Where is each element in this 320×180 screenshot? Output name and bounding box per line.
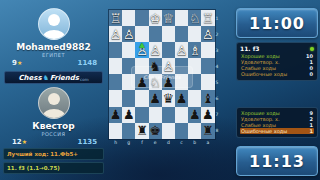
square-f7[interactable] bbox=[135, 107, 148, 123]
square-f5[interactable]: ♟ bbox=[135, 74, 148, 90]
file-label-a: a bbox=[201, 140, 214, 145]
clock-bottom-time: 11:13 bbox=[249, 152, 305, 171]
clock-top-time: 11:00 bbox=[249, 14, 305, 33]
move-stats-top[interactable]: 11. f3 Хорошие ходы10 Удовлетвор. х.1 Сл… bbox=[236, 42, 318, 81]
players-sidebar: Mohamed9882 ЕГИПЕТ 9★ 1148 Chess ♞ Frien… bbox=[0, 0, 107, 180]
square-f1[interactable] bbox=[135, 10, 148, 26]
rank-label-7: 7 bbox=[216, 107, 219, 123]
file-label-b: b bbox=[188, 140, 201, 145]
avatar-top bbox=[38, 8, 70, 40]
piece-Q-d1[interactable]: ♕ bbox=[163, 12, 175, 25]
last-move-label: 11. f3 bbox=[240, 45, 260, 52]
rank-label-2: 2 bbox=[216, 26, 219, 42]
square-a7[interactable]: ♟ bbox=[201, 107, 214, 123]
square-g6[interactable] bbox=[122, 90, 135, 106]
file-label-g: g bbox=[122, 140, 135, 145]
piece-P-a2[interactable]: ♙ bbox=[202, 28, 214, 41]
square-d2[interactable] bbox=[162, 26, 175, 42]
square-d8[interactable] bbox=[162, 123, 175, 139]
square-h6[interactable] bbox=[109, 90, 122, 106]
piece-p-g7[interactable]: ♟ bbox=[123, 108, 135, 121]
piece-n-e4[interactable]: ♞ bbox=[149, 60, 161, 73]
best-move-box: Лучший ход: 11.Фb5+ bbox=[3, 148, 104, 160]
square-c3[interactable]: ♙ bbox=[175, 42, 188, 58]
square-g4[interactable] bbox=[122, 58, 135, 74]
square-a1[interactable]: ♖ bbox=[201, 10, 214, 26]
square-e5[interactable]: ♘ bbox=[149, 74, 162, 90]
piece-p-b7[interactable]: ♟ bbox=[189, 108, 201, 121]
square-f2[interactable] bbox=[135, 26, 148, 42]
rank-label-4: 4 bbox=[216, 58, 219, 74]
square-h7[interactable]: ♟ bbox=[109, 107, 122, 123]
square-h8[interactable] bbox=[109, 123, 122, 139]
square-g1[interactable] bbox=[122, 10, 135, 26]
shield-knight-icon: ♞ bbox=[43, 74, 49, 82]
square-b8[interactable] bbox=[188, 123, 201, 139]
square-e4[interactable]: ♞ bbox=[149, 58, 162, 74]
square-b3[interactable]: ♗ bbox=[188, 42, 201, 58]
rating-bottom: 1135 bbox=[78, 138, 97, 146]
rating-top: 1148 bbox=[78, 59, 97, 67]
chess-board[interactable]: ♖♔♕♘♖♙♙♙▲♙♙♙♗♞♙♟♘♟♟♛♟♝♟♟♟♟♜♚♜ bbox=[109, 10, 215, 139]
square-c6[interactable]: ♟ bbox=[175, 90, 188, 106]
square-g5[interactable] bbox=[122, 74, 135, 90]
file-label-f: f bbox=[135, 140, 148, 145]
piece-P-e3[interactable]: ♙ bbox=[149, 44, 161, 57]
piece-P-g2[interactable]: ♙ bbox=[123, 28, 135, 41]
eval-box: 11. f3 (1.1→0.75) bbox=[3, 162, 104, 174]
good-move-dot-icon bbox=[310, 47, 314, 51]
square-d5[interactable]: ♟ bbox=[162, 74, 175, 90]
rank-label-5: 5 bbox=[216, 74, 219, 90]
square-h5[interactable] bbox=[109, 74, 122, 90]
piece-N-e5[interactable]: ♘ bbox=[149, 76, 161, 89]
square-c7[interactable] bbox=[175, 107, 188, 123]
square-g2[interactable]: ♙ bbox=[122, 26, 135, 42]
rank-labels: 12345678 bbox=[216, 10, 219, 139]
piece-B-b3[interactable]: ♗ bbox=[189, 44, 201, 57]
piece-p-e6[interactable]: ♟ bbox=[149, 92, 161, 105]
rank-label-6: 6 bbox=[216, 90, 219, 106]
square-e6[interactable]: ♟ bbox=[149, 90, 162, 106]
piece-r-f8[interactable]: ♜ bbox=[136, 124, 148, 137]
file-label-e: e bbox=[149, 140, 162, 145]
player-name-bottom: Квестор bbox=[0, 121, 107, 131]
league-badge-bottom: 12★ bbox=[12, 138, 27, 146]
file-labels: hgfedcba bbox=[109, 140, 215, 145]
board-area: ♖♔♕♘♖♙♙♙▲♙♙♙♗♞♙♟♘♟♟♛♟♝♟♟♟♟♜♚♜ ChessFrien… bbox=[109, 10, 215, 145]
square-b1[interactable]: ♘ bbox=[188, 10, 201, 26]
square-a4[interactable] bbox=[201, 58, 214, 74]
piece-p-c6[interactable]: ♟ bbox=[176, 92, 188, 105]
square-g3[interactable] bbox=[122, 42, 135, 58]
square-c1[interactable] bbox=[175, 10, 188, 26]
square-h4[interactable] bbox=[109, 58, 122, 74]
square-e2[interactable] bbox=[149, 26, 162, 42]
square-c5[interactable] bbox=[175, 74, 188, 90]
square-c2[interactable] bbox=[175, 26, 188, 42]
clocks-sidebar: 11:00 11. f3 Хорошие ходы10 Удовлетвор. … bbox=[236, 0, 318, 176]
avatar-bottom bbox=[38, 87, 70, 119]
square-f8[interactable]: ♜ bbox=[135, 123, 148, 139]
square-e7[interactable] bbox=[149, 107, 162, 123]
last-move-arrow-icon: ▲ bbox=[139, 41, 144, 49]
player-card-top[interactable]: Mohamed9882 ЕГИПЕТ 9★ 1148 bbox=[0, 0, 107, 67]
rank-label-3: 3 bbox=[216, 42, 219, 58]
square-b2[interactable] bbox=[188, 26, 201, 42]
square-b5[interactable] bbox=[188, 74, 201, 90]
square-e3[interactable]: ♙ bbox=[149, 42, 162, 58]
star-icon: ★ bbox=[17, 59, 22, 66]
file-label-c: c bbox=[175, 140, 188, 145]
clock-bottom: 11:13 bbox=[236, 146, 318, 176]
square-f6[interactable] bbox=[135, 90, 148, 106]
clock-top: 11:00 bbox=[236, 8, 318, 38]
piece-p-f5[interactable]: ♟ bbox=[136, 76, 148, 89]
piece-R-a1[interactable]: ♖ bbox=[202, 12, 214, 25]
square-h1[interactable]: ♖ bbox=[109, 10, 122, 26]
square-a6[interactable]: ♝ bbox=[201, 90, 214, 106]
square-b7[interactable]: ♟ bbox=[188, 107, 201, 123]
square-e8[interactable]: ♚ bbox=[149, 123, 162, 139]
piece-P-h2[interactable]: ♙ bbox=[110, 28, 122, 41]
statue-bust-icon bbox=[48, 93, 60, 105]
piece-p-h7[interactable]: ♟ bbox=[110, 108, 122, 121]
square-h3[interactable] bbox=[109, 42, 122, 58]
piece-r-a8[interactable]: ♜ bbox=[202, 124, 214, 137]
square-a3[interactable] bbox=[201, 42, 214, 58]
square-b6[interactable] bbox=[188, 90, 201, 106]
rank-label-8: 8 bbox=[216, 123, 219, 139]
square-f3[interactable]: ▲♙ bbox=[135, 42, 148, 58]
square-c4[interactable] bbox=[175, 58, 188, 74]
square-g8[interactable] bbox=[122, 123, 135, 139]
move-stats-bottom[interactable]: Хорошие ходы9 Удовлетвор. х.2 Слабые ход… bbox=[236, 107, 318, 138]
piece-k-e8[interactable]: ♚ bbox=[149, 124, 161, 137]
square-d1[interactable]: ♕ bbox=[162, 10, 175, 26]
piece-q-d6[interactable]: ♛ bbox=[163, 92, 175, 105]
square-d6[interactable]: ♛ bbox=[162, 90, 175, 106]
league-badge-top: 9★ bbox=[12, 59, 22, 67]
square-g7[interactable]: ♟ bbox=[122, 107, 135, 123]
chessfriends-logo[interactable]: Chess ♞ Friends com bbox=[4, 71, 103, 84]
rank-label-1: 1 bbox=[216, 10, 219, 26]
piece-b-a6[interactable]: ♝ bbox=[202, 92, 214, 105]
square-h2[interactable]: ♙ bbox=[109, 26, 122, 42]
square-e1[interactable]: ♔ bbox=[149, 10, 162, 26]
piece-p-d5[interactable]: ♟ bbox=[163, 76, 175, 89]
person-icon bbox=[48, 14, 60, 26]
square-a8[interactable]: ♜ bbox=[201, 123, 214, 139]
piece-P-d4[interactable]: ♙ bbox=[163, 60, 175, 73]
app-window: Mohamed9882 ЕГИПЕТ 9★ 1148 Chess ♞ Frien… bbox=[0, 0, 320, 180]
square-a2[interactable]: ♙ bbox=[201, 26, 214, 42]
square-d7[interactable] bbox=[162, 107, 175, 123]
piece-P-c3[interactable]: ♙ bbox=[176, 44, 188, 57]
piece-p-a7[interactable]: ♟ bbox=[202, 108, 214, 121]
square-a5[interactable] bbox=[201, 74, 214, 90]
player-card-bottom[interactable]: Квестор РОССИЯ 12★ 1135 bbox=[0, 87, 107, 146]
best-move-text: Лучший ход: 11.Фb5+ bbox=[7, 151, 100, 157]
piece-N-b1[interactable]: ♘ bbox=[189, 12, 201, 25]
file-label-d: d bbox=[162, 140, 175, 145]
eval-text: 11. f3 (1.1→0.75) bbox=[7, 165, 100, 171]
player-name-top: Mohamed9882 bbox=[0, 42, 107, 52]
square-d3[interactable] bbox=[162, 42, 175, 58]
piece-R-h1[interactable]: ♖ bbox=[110, 12, 122, 25]
square-d4[interactable]: ♙ bbox=[162, 58, 175, 74]
square-b4[interactable] bbox=[188, 58, 201, 74]
piece-K-e1[interactable]: ♔ bbox=[149, 12, 161, 25]
file-label-h: h bbox=[109, 140, 122, 145]
star-icon: ★ bbox=[22, 138, 27, 145]
square-f4[interactable] bbox=[135, 58, 148, 74]
square-c8[interactable] bbox=[175, 123, 188, 139]
